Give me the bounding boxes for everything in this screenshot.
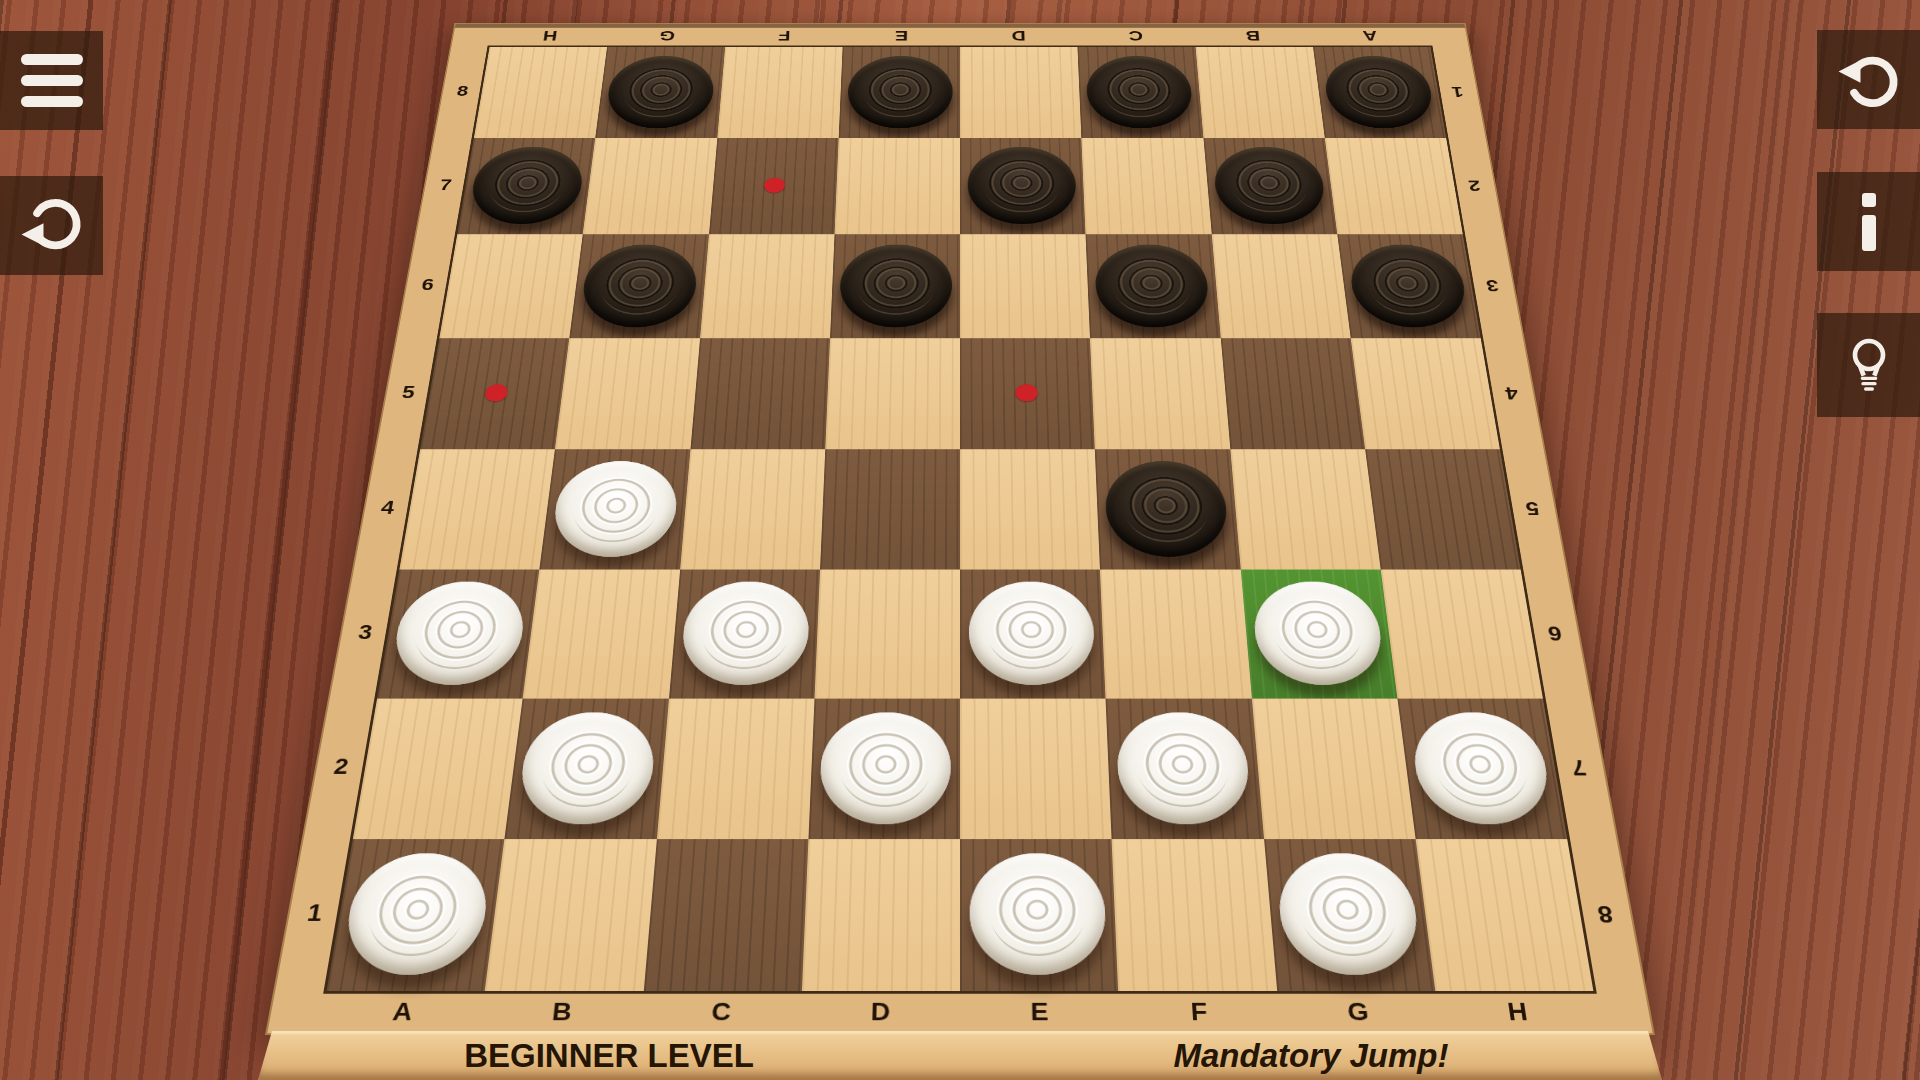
file-label-C: C [1077,24,1196,47]
square-d8[interactable] [838,47,960,138]
file-label-F: F [1118,991,1280,1033]
square-e7[interactable] [960,138,1086,235]
square-h5[interactable] [1350,338,1499,449]
hamburger-icon [21,54,83,107]
square-c1[interactable] [643,839,808,991]
square-g2[interactable] [1251,699,1415,839]
black-piece-a7[interactable] [467,147,587,224]
square-f3[interactable] [1100,569,1251,698]
square-b3[interactable] [523,569,680,698]
square-a2[interactable] [353,699,523,839]
square-e1[interactable] [960,839,1118,991]
square-c4[interactable] [680,449,825,569]
file-label-E: E [960,991,1120,1033]
square-a3[interactable] [377,569,539,698]
white-piece-g1[interactable] [1274,854,1423,975]
move-hint-dot-e5 [1015,384,1038,401]
white-piece-d2[interactable] [818,712,950,824]
white-piece-c3[interactable] [679,582,811,685]
square-h2[interactable] [1397,699,1567,839]
square-e3[interactable] [960,569,1106,698]
square-b8[interactable] [595,47,724,138]
black-piece-g7[interactable] [1212,147,1328,224]
square-a8[interactable] [474,47,607,138]
square-c6[interactable] [700,234,835,338]
black-piece-b8[interactable] [604,56,716,128]
file-label-D: D [960,24,1078,47]
move-hint-dot-c7 [764,178,786,193]
move-hint-dot-a5 [484,384,509,401]
square-d1[interactable] [802,839,960,991]
square-c3[interactable] [669,569,820,698]
black-piece-d8[interactable] [847,56,953,128]
square-e2[interactable] [960,699,1112,839]
black-piece-f6[interactable] [1094,244,1211,327]
file-label-D: D [800,991,960,1033]
square-d5[interactable] [825,338,960,449]
white-piece-h2[interactable] [1408,712,1555,824]
square-d7[interactable] [834,138,960,235]
square-h1[interactable] [1415,839,1593,991]
status-message: Mandatory Jump! [1173,1037,1448,1075]
square-f1[interactable] [1112,839,1277,991]
square-d2[interactable] [808,699,960,839]
square-b1[interactable] [485,839,656,991]
square-a4[interactable] [399,449,555,569]
info-button[interactable] [1817,172,1920,271]
square-d4[interactable] [820,449,960,569]
square-e6[interactable] [960,234,1090,338]
board-frame: ABCDEFGH 87654321 87654321 ABCDEFGH [265,23,1655,1035]
square-g4[interactable] [1230,449,1380,569]
square-f4[interactable] [1095,449,1240,569]
lightbulb-icon [1837,333,1901,397]
square-a6[interactable] [439,234,583,338]
white-piece-b4[interactable] [550,461,680,557]
board-front-face: BEGINNER LEVEL Mandatory Jump! [258,1031,1662,1080]
black-piece-f8[interactable] [1085,56,1194,128]
file-label-G: G [607,24,727,47]
square-b7[interactable] [583,138,717,235]
black-piece-e7[interactable] [968,147,1078,224]
file-label-F: F [725,24,844,47]
checkers-board: ABCDEFGH 87654321 87654321 ABCDEFGH [265,23,1655,1035]
file-label-A: A [1310,24,1431,47]
square-g7[interactable] [1203,138,1337,235]
board-grid [327,47,1594,991]
square-e4[interactable] [960,449,1100,569]
square-b2[interactable] [505,699,669,839]
undo-arrow-icon [1835,46,1903,114]
file-label-E: E [842,24,960,47]
square-b5[interactable] [555,338,700,449]
restart-icon [18,192,86,260]
file-labels-bottom: ABCDEFGH [319,991,1600,1033]
file-label-G: G [1277,991,1441,1033]
black-piece-h6[interactable] [1346,244,1470,327]
square-d3[interactable] [814,569,960,698]
square-f6[interactable] [1086,234,1221,338]
square-a1[interactable] [327,839,505,991]
white-piece-b2[interactable] [516,712,658,824]
white-piece-g3[interactable] [1250,582,1386,685]
square-c7[interactable] [709,138,839,235]
file-label-H: H [490,24,611,47]
square-h4[interactable] [1365,449,1521,569]
white-piece-f2[interactable] [1116,712,1253,824]
square-e8[interactable] [960,47,1082,138]
square-g5[interactable] [1220,338,1365,449]
square-c5[interactable] [690,338,830,449]
white-piece-a1[interactable] [339,854,493,975]
file-label-B: B [1193,24,1313,47]
restart-button[interactable] [0,176,103,275]
file-label-B: B [479,991,643,1033]
level-label: BEGINNER LEVEL [464,1037,754,1075]
menu-button[interactable] [0,31,103,130]
square-h8[interactable] [1313,47,1446,138]
white-piece-a3[interactable] [389,582,529,685]
black-piece-b6[interactable] [579,244,700,327]
black-piece-f4[interactable] [1104,461,1230,557]
square-g1[interactable] [1264,839,1435,991]
square-g3[interactable] [1240,569,1397,698]
square-h7[interactable] [1325,138,1463,235]
square-d6[interactable] [830,234,960,338]
square-a7[interactable] [457,138,595,235]
square-g8[interactable] [1195,47,1324,138]
square-a5[interactable] [420,338,569,449]
info-icon [1862,193,1876,251]
square-g6[interactable] [1211,234,1350,338]
square-b4[interactable] [540,449,690,569]
undo-button[interactable] [1817,30,1920,129]
black-piece-d6[interactable] [838,244,952,327]
white-piece-e3[interactable] [969,582,1096,685]
square-b6[interactable] [570,234,709,338]
square-f7[interactable] [1082,138,1212,235]
file-label-H: H [1435,991,1601,1033]
file-label-A: A [319,991,485,1033]
square-c8[interactable] [717,47,842,138]
square-h6[interactable] [1337,234,1481,338]
square-f5[interactable] [1090,338,1230,449]
hint-button[interactable] [1817,313,1920,417]
square-c2[interactable] [656,699,814,839]
file-label-C: C [640,991,802,1033]
white-piece-e1[interactable] [970,854,1108,975]
square-e5[interactable] [960,338,1095,449]
square-f2[interactable] [1106,699,1264,839]
square-h3[interactable] [1380,569,1542,698]
square-f8[interactable] [1078,47,1203,138]
black-piece-h8[interactable] [1321,56,1436,128]
file-labels-top: ABCDEFGH [490,24,1431,47]
